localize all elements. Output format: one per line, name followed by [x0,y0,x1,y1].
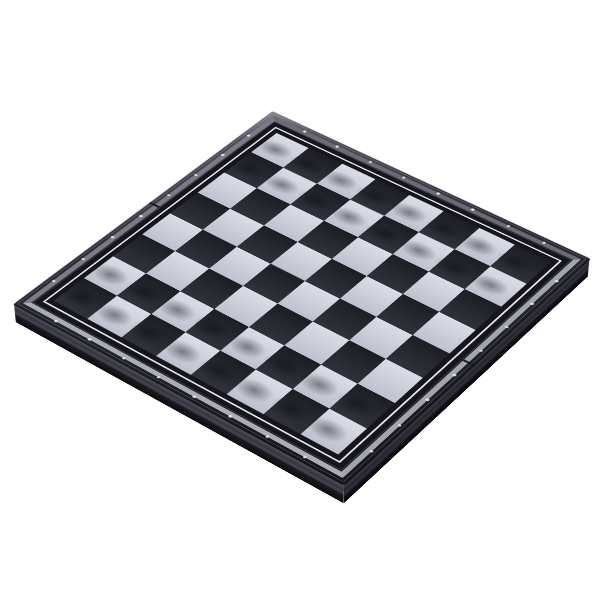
frame-coordinate-dot [87,338,92,341]
frame-coordinate-dot [194,173,199,176]
frame-coordinate-dot [192,395,197,399]
frame-coordinate-dot [529,302,534,305]
frame-coordinate-dot [397,423,402,427]
frame-coordinate-dot [122,356,127,359]
frame-coordinate-dot [228,414,233,418]
board-mat: ♜♞♝♛♚♝♞♜♟♟♟♟♟♟♟♟♟♟♟♟♟♟♟♟♜♞♝♛♚♝♞♜ [33,121,572,470]
board-grid: ♜♞♝♛♚♝♞♜♟♟♟♟♟♟♟♟♟♟♟♟♟♟♟♟♜♞♝♛♚♝♞♜ [54,133,551,455]
product-photo-scene: ♜♞♝♛♚♝♞♜♟♟♟♟♟♟♟♟♟♟♟♟♟♟♟♟♜♞♝♛♚♝♞♜ [0,0,600,600]
frame-coordinate-dot [265,434,270,438]
frame-coordinate-dot [156,375,161,378]
frame-coordinate-dot [452,373,457,376]
frame-coordinate-dot [478,349,483,352]
frame-coordinate-dot [220,154,225,157]
hinge-seam-left [149,202,160,208]
frame-coordinate-dot [51,280,56,283]
frame-coordinate-dot [424,398,429,402]
frame-coordinate-dot [504,325,509,328]
white-rook-glyph: ♜ [303,338,361,433]
frame-coordinate-dot [368,449,373,453]
square-h1[interactable]: ♜ [300,408,367,454]
frame-coordinate-dot [303,455,308,459]
black-pawn-glyph: ♟ [472,211,519,287]
frame-coordinate-dot [54,319,59,322]
frame-coordinate-dot [166,194,171,197]
chess-board: ♜♞♝♛♚♝♞♜♟♟♟♟♟♟♟♟♟♟♟♟♟♟♟♟♜♞♝♛♚♝♞♜ [13,111,591,486]
frame-coordinate-dot [554,279,559,282]
